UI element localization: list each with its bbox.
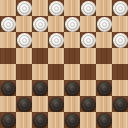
- square-1-6[interactable]: [96, 16, 112, 32]
- black-piece[interactable]: [33, 81, 48, 96]
- square-4-2[interactable]: [32, 64, 48, 80]
- square-2-3[interactable]: [48, 32, 64, 48]
- white-piece[interactable]: [113, 33, 128, 48]
- square-0-5[interactable]: [80, 0, 96, 16]
- square-0-2[interactable]: [32, 0, 48, 16]
- white-piece[interactable]: [81, 1, 96, 16]
- square-5-1[interactable]: [16, 80, 32, 96]
- square-6-4[interactable]: [64, 96, 80, 112]
- square-5-2[interactable]: [32, 80, 48, 96]
- square-3-2[interactable]: [32, 48, 48, 64]
- white-piece[interactable]: [97, 17, 112, 32]
- square-3-4[interactable]: [64, 48, 80, 64]
- square-0-1[interactable]: [16, 0, 32, 16]
- black-piece[interactable]: [1, 113, 16, 128]
- black-piece[interactable]: [65, 81, 80, 96]
- black-piece[interactable]: [81, 97, 96, 112]
- square-5-5[interactable]: [80, 80, 96, 96]
- square-0-7[interactable]: [112, 0, 128, 16]
- black-piece[interactable]: [113, 97, 128, 112]
- square-7-0[interactable]: [0, 112, 16, 128]
- square-0-4[interactable]: [64, 0, 80, 16]
- black-piece[interactable]: [97, 113, 112, 128]
- white-piece[interactable]: [65, 17, 80, 32]
- square-6-7[interactable]: [112, 96, 128, 112]
- square-4-6[interactable]: [96, 64, 112, 80]
- square-4-3[interactable]: [48, 64, 64, 80]
- square-7-2[interactable]: [32, 112, 48, 128]
- white-piece[interactable]: [113, 1, 128, 16]
- square-6-3[interactable]: [48, 96, 64, 112]
- square-0-6[interactable]: [96, 0, 112, 16]
- square-2-6[interactable]: [96, 32, 112, 48]
- square-2-1[interactable]: [16, 32, 32, 48]
- square-3-6[interactable]: [96, 48, 112, 64]
- square-7-1[interactable]: [16, 112, 32, 128]
- checkers-board: [0, 0, 128, 128]
- white-piece[interactable]: [49, 1, 64, 16]
- square-2-7[interactable]: [112, 32, 128, 48]
- black-piece[interactable]: [97, 81, 112, 96]
- square-6-1[interactable]: [16, 96, 32, 112]
- square-4-1[interactable]: [16, 64, 32, 80]
- square-1-5[interactable]: [80, 16, 96, 32]
- white-piece[interactable]: [81, 33, 96, 48]
- square-5-4[interactable]: [64, 80, 80, 96]
- square-1-7[interactable]: [112, 16, 128, 32]
- square-6-0[interactable]: [0, 96, 16, 112]
- square-3-3[interactable]: [48, 48, 64, 64]
- square-1-1[interactable]: [16, 16, 32, 32]
- white-piece[interactable]: [17, 1, 32, 16]
- black-piece[interactable]: [33, 113, 48, 128]
- square-4-4[interactable]: [64, 64, 80, 80]
- square-7-6[interactable]: [96, 112, 112, 128]
- square-4-5[interactable]: [80, 64, 96, 80]
- square-3-7[interactable]: [112, 48, 128, 64]
- square-1-4[interactable]: [64, 16, 80, 32]
- black-piece[interactable]: [65, 113, 80, 128]
- square-2-5[interactable]: [80, 32, 96, 48]
- black-piece[interactable]: [49, 97, 64, 112]
- square-2-2[interactable]: [32, 32, 48, 48]
- square-6-5[interactable]: [80, 96, 96, 112]
- square-5-7[interactable]: [112, 80, 128, 96]
- square-0-0[interactable]: [0, 0, 16, 16]
- square-6-2[interactable]: [32, 96, 48, 112]
- square-2-4[interactable]: [64, 32, 80, 48]
- square-5-0[interactable]: [0, 80, 16, 96]
- square-1-0[interactable]: [0, 16, 16, 32]
- square-4-7[interactable]: [112, 64, 128, 80]
- black-piece[interactable]: [17, 97, 32, 112]
- square-3-1[interactable]: [16, 48, 32, 64]
- square-7-7[interactable]: [112, 112, 128, 128]
- square-3-5[interactable]: [80, 48, 96, 64]
- square-5-6[interactable]: [96, 80, 112, 96]
- square-7-4[interactable]: [64, 112, 80, 128]
- square-1-2[interactable]: [32, 16, 48, 32]
- square-2-0[interactable]: [0, 32, 16, 48]
- white-piece[interactable]: [17, 33, 32, 48]
- square-5-3[interactable]: [48, 80, 64, 96]
- square-1-3[interactable]: [48, 16, 64, 32]
- square-7-5[interactable]: [80, 112, 96, 128]
- square-7-3[interactable]: [48, 112, 64, 128]
- black-piece[interactable]: [1, 81, 16, 96]
- square-3-0[interactable]: [0, 48, 16, 64]
- square-6-6[interactable]: [96, 96, 112, 112]
- white-piece[interactable]: [1, 17, 16, 32]
- white-piece[interactable]: [49, 33, 64, 48]
- white-piece[interactable]: [33, 17, 48, 32]
- square-0-3[interactable]: [48, 0, 64, 16]
- square-4-0[interactable]: [0, 64, 16, 80]
